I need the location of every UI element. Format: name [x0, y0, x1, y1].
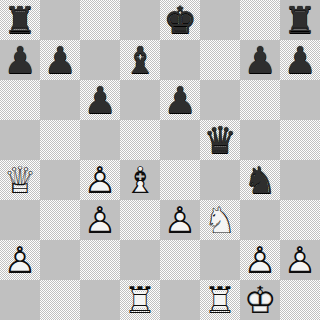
piece-black-pawn[interactable]: ♟	[40, 40, 80, 80]
square-h7[interactable]: ♟	[280, 40, 320, 80]
square-f4[interactable]	[200, 160, 240, 200]
piece-black-queen[interactable]: ♛	[200, 120, 240, 160]
piece-white-pawn[interactable]: ♙	[80, 160, 120, 200]
square-e1[interactable]	[160, 280, 200, 320]
piece-white-bishop[interactable]: ♗	[120, 160, 160, 200]
square-a2[interactable]: ♟♙	[0, 240, 40, 280]
square-g1[interactable]: ♚♔	[240, 280, 280, 320]
square-h6[interactable]	[280, 80, 320, 120]
square-d4[interactable]: ♝♗	[120, 160, 160, 200]
square-f5[interactable]: ♛	[200, 120, 240, 160]
square-e8[interactable]: ♚	[160, 0, 200, 40]
piece-white-pawn[interactable]: ♙	[160, 200, 200, 240]
square-f7[interactable]	[200, 40, 240, 80]
square-h1[interactable]	[280, 280, 320, 320]
square-d3[interactable]	[120, 200, 160, 240]
square-g2[interactable]: ♟♙	[240, 240, 280, 280]
piece-white-pawn[interactable]: ♙	[280, 240, 320, 280]
square-a5[interactable]	[0, 120, 40, 160]
piece-black-rook[interactable]: ♜	[0, 0, 40, 40]
square-g4[interactable]: ♞	[240, 160, 280, 200]
square-b1[interactable]	[40, 280, 80, 320]
square-b6[interactable]	[40, 80, 80, 120]
chess-board: ♜♚♜♟♟♝♟♟♟♟♛♛♕♟♙♝♗♞♟♙♟♙♞♘♟♙♟♙♟♙♜♖♜♖♚♔	[0, 0, 320, 320]
square-b4[interactable]	[40, 160, 80, 200]
piece-white-queen[interactable]: ♕	[0, 160, 40, 200]
piece-white-pawn[interactable]: ♙	[0, 240, 40, 280]
piece-black-pawn[interactable]: ♟	[80, 80, 120, 120]
square-c3[interactable]: ♟♙	[80, 200, 120, 240]
square-c1[interactable]	[80, 280, 120, 320]
square-b5[interactable]	[40, 120, 80, 160]
square-a7[interactable]: ♟	[0, 40, 40, 80]
square-d8[interactable]	[120, 0, 160, 40]
square-h5[interactable]	[280, 120, 320, 160]
square-d7[interactable]: ♝	[120, 40, 160, 80]
square-b3[interactable]	[40, 200, 80, 240]
piece-black-pawn[interactable]: ♟	[160, 80, 200, 120]
piece-white-rook[interactable]: ♖	[120, 280, 160, 320]
square-d6[interactable]	[120, 80, 160, 120]
square-a6[interactable]	[0, 80, 40, 120]
square-h2[interactable]: ♟♙	[280, 240, 320, 280]
square-h8[interactable]: ♜	[280, 0, 320, 40]
square-c7[interactable]	[80, 40, 120, 80]
square-b8[interactable]	[40, 0, 80, 40]
piece-black-pawn[interactable]: ♟	[240, 40, 280, 80]
square-f6[interactable]	[200, 80, 240, 120]
square-c8[interactable]	[80, 0, 120, 40]
square-h4[interactable]	[280, 160, 320, 200]
square-f3[interactable]: ♞♘	[200, 200, 240, 240]
square-g7[interactable]: ♟	[240, 40, 280, 80]
square-g6[interactable]	[240, 80, 280, 120]
square-e6[interactable]: ♟	[160, 80, 200, 120]
square-a8[interactable]: ♜	[0, 0, 40, 40]
piece-white-pawn[interactable]: ♙	[240, 240, 280, 280]
square-c6[interactable]: ♟	[80, 80, 120, 120]
square-e3[interactable]: ♟♙	[160, 200, 200, 240]
piece-white-king[interactable]: ♔	[240, 280, 280, 320]
square-f8[interactable]	[200, 0, 240, 40]
piece-white-pawn[interactable]: ♙	[80, 200, 120, 240]
square-e7[interactable]	[160, 40, 200, 80]
square-e4[interactable]	[160, 160, 200, 200]
square-a3[interactable]	[0, 200, 40, 240]
piece-black-king[interactable]: ♚	[160, 0, 200, 40]
square-c2[interactable]	[80, 240, 120, 280]
piece-black-rook[interactable]: ♜	[280, 0, 320, 40]
square-a1[interactable]	[0, 280, 40, 320]
square-b2[interactable]	[40, 240, 80, 280]
square-g5[interactable]	[240, 120, 280, 160]
square-c4[interactable]: ♟♙	[80, 160, 120, 200]
square-e5[interactable]	[160, 120, 200, 160]
piece-white-rook[interactable]: ♖	[200, 280, 240, 320]
square-g3[interactable]	[240, 200, 280, 240]
square-f2[interactable]	[200, 240, 240, 280]
square-g8[interactable]	[240, 0, 280, 40]
square-c5[interactable]	[80, 120, 120, 160]
piece-black-pawn[interactable]: ♟	[280, 40, 320, 80]
square-e2[interactable]	[160, 240, 200, 280]
piece-black-pawn[interactable]: ♟	[0, 40, 40, 80]
square-b7[interactable]: ♟	[40, 40, 80, 80]
square-d1[interactable]: ♜♖	[120, 280, 160, 320]
square-h3[interactable]	[280, 200, 320, 240]
piece-black-knight[interactable]: ♞	[240, 160, 280, 200]
square-d5[interactable]	[120, 120, 160, 160]
piece-white-knight[interactable]: ♘	[200, 200, 240, 240]
square-f1[interactable]: ♜♖	[200, 280, 240, 320]
square-a4[interactable]: ♛♕	[0, 160, 40, 200]
square-d2[interactable]	[120, 240, 160, 280]
piece-black-bishop[interactable]: ♝	[120, 40, 160, 80]
